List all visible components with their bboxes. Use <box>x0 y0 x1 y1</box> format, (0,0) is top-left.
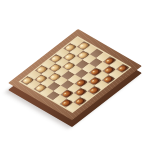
dark-checker-piece[interactable]: ⛂ <box>117 65 129 73</box>
checkers-board: ⛀⛀⛀⛀⛀⛀⛀⛀⛀⛀⛀⛀⛂⛂⛂⛂⛂⛂⛂⛂⛂⛂⛂⛂ <box>8 29 142 120</box>
checkers-set-photo: ⛀⛀⛀⛀⛀⛀⛀⛀⛀⛀⛀⛀⛂⛂⛂⛂⛂⛂⛂⛂⛂⛂⛂⛂ <box>0 0 150 150</box>
